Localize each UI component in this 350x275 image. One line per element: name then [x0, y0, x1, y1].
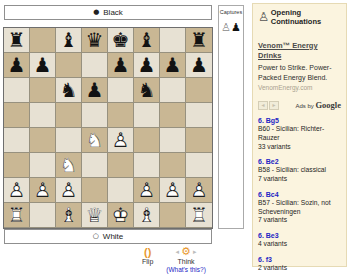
- captures-panel: Captures ♙♟: [218, 5, 244, 229]
- square-e1[interactable]: ♚♔: [108, 203, 134, 228]
- square-c2[interactable]: ♟♙: [56, 178, 82, 203]
- square-h6[interactable]: [186, 78, 212, 103]
- continuation-move-link[interactable]: 6. Bc4: [258, 190, 341, 199]
- square-d7[interactable]: [82, 53, 108, 78]
- sidebar-title: Opening Continuations: [271, 8, 341, 26]
- square-b8[interactable]: [30, 28, 56, 53]
- square-a3[interactable]: [4, 153, 30, 178]
- square-b6[interactable]: [30, 78, 56, 103]
- square-a1[interactable]: ♜♖: [4, 203, 30, 228]
- black-knight-piece: ♞: [134, 78, 159, 102]
- square-d2[interactable]: [82, 178, 108, 203]
- black-pawn-piece: ♟: [108, 53, 133, 77]
- square-b3[interactable]: [30, 153, 56, 178]
- square-d3[interactable]: [82, 153, 108, 178]
- opening-continuations-panel: ♙ Opening Continuations Venom™ Energy Dr…: [252, 3, 347, 267]
- white-player-label: White: [103, 232, 123, 241]
- continuation-move-link[interactable]: 6. Be3: [258, 231, 341, 240]
- ad-next-button[interactable]: ►: [269, 101, 279, 110]
- black-pawn-piece: ♟: [4, 53, 29, 77]
- board-controls: () Flip ◂ ⚙ ▸ Think (What's this?): [142, 246, 206, 273]
- black-player-bar: ● Black: [4, 5, 212, 20]
- white-rook-piece: ♖: [186, 203, 212, 227]
- square-h5[interactable]: [186, 103, 212, 128]
- white-turn-indicator-icon: ○: [93, 229, 99, 244]
- continuation-6-Be3: 6. Be34 variants: [258, 231, 341, 249]
- captures-title: Captures: [219, 9, 243, 15]
- square-c5[interactable]: [56, 103, 82, 128]
- white-pawn-piece: ♙: [108, 128, 133, 152]
- square-a6[interactable]: [4, 78, 30, 103]
- square-f7[interactable]: ♟: [134, 53, 160, 78]
- black-rook-piece: ♜: [186, 28, 212, 52]
- square-e8[interactable]: ♚: [108, 28, 134, 53]
- whats-this-link[interactable]: (What's this?): [166, 266, 206, 273]
- square-d8[interactable]: ♛: [82, 28, 108, 53]
- square-d5[interactable]: [82, 103, 108, 128]
- square-c1[interactable]: ♝♗: [56, 203, 82, 228]
- square-h3[interactable]: [186, 153, 212, 178]
- captured-white-pawn-icon: ♙: [221, 21, 231, 34]
- white-pawn-piece: ♙: [186, 178, 212, 202]
- square-f8[interactable]: ♝: [134, 28, 160, 53]
- square-h4[interactable]: [186, 128, 212, 153]
- square-b1[interactable]: [30, 203, 56, 228]
- black-king-piece: ♚: [108, 28, 133, 52]
- think-button[interactable]: ◂ ⚙ ▸ Think (What's this?): [166, 246, 206, 273]
- black-pawn-piece: ♟: [30, 53, 55, 77]
- square-e6[interactable]: [108, 78, 134, 103]
- square-h8[interactable]: ♜: [186, 28, 212, 53]
- white-knight-piece: ♘: [82, 128, 107, 152]
- continuation-description: B60 - Sicilian: Richter-Rauzer: [258, 125, 341, 142]
- white-pawn-piece: ♙: [134, 178, 159, 202]
- black-pawn-piece: ♟: [160, 53, 185, 77]
- continuation-6-Bg5: 6. Bg5B60 - Sicilian: Richter-Rauzer33 v…: [258, 116, 341, 151]
- captured-pieces-tray: ♙♟: [219, 22, 243, 33]
- white-pawn-piece: ♙: [160, 178, 185, 202]
- square-b5[interactable]: [30, 103, 56, 128]
- black-pawn-piece: ♟: [134, 53, 159, 77]
- continuations-list: 6. Bg5B60 - Sicilian: Richter-Rauzer33 v…: [258, 116, 341, 275]
- continuation-variant-count: 2 variants: [258, 264, 341, 273]
- ad-title-link[interactable]: Venom™ Energy Drinks: [258, 41, 341, 61]
- white-pawn-piece: ♙: [56, 178, 81, 202]
- white-bishop-piece: ♗: [134, 203, 159, 227]
- square-b7[interactable]: ♟: [30, 53, 56, 78]
- white-rook-piece: ♖: [4, 203, 29, 227]
- ad-prev-button[interactable]: ◄: [258, 101, 268, 110]
- think-prev-icon[interactable]: ◂: [176, 246, 180, 258]
- white-player-bar: ○ White: [4, 229, 212, 244]
- chess-board[interactable]: ♜♝♛♚♝♜♟♟♟♟♟♟♞♟♞♞♘♟♙♞♘♟♙♟♙♟♙♟♙♟♙♟♙♜♖♝♗♛♕♚…: [3, 27, 213, 229]
- white-pawn-piece: ♙: [4, 178, 29, 202]
- square-a8[interactable]: ♜: [4, 28, 30, 53]
- white-king-piece: ♔: [108, 203, 133, 227]
- continuation-variant-count: 33 variants: [258, 143, 341, 152]
- square-g5[interactable]: [160, 103, 186, 128]
- black-bishop-piece: ♝: [134, 28, 159, 52]
- think-label: Think: [166, 258, 206, 265]
- square-c4[interactable]: [56, 128, 82, 153]
- continuation-6-Be2: 6. Be2B58 - Sicilian: classical7 variant…: [258, 157, 341, 184]
- square-e5[interactable]: [108, 103, 134, 128]
- square-c6[interactable]: ♞: [56, 78, 82, 103]
- continuation-move-link[interactable]: 6. f3: [258, 255, 341, 264]
- square-f6[interactable]: ♞: [134, 78, 160, 103]
- square-f4[interactable]: [134, 128, 160, 153]
- flip-icon: (): [142, 246, 153, 258]
- square-g6[interactable]: [160, 78, 186, 103]
- square-g2[interactable]: ♟♙: [160, 178, 186, 203]
- black-bishop-piece: ♝: [56, 28, 81, 52]
- square-f2[interactable]: ♟♙: [134, 178, 160, 203]
- white-knight-piece: ♘: [56, 153, 81, 177]
- square-a5[interactable]: [4, 103, 30, 128]
- pawn-icon: ♙: [258, 11, 269, 23]
- square-a7[interactable]: ♟: [4, 53, 30, 78]
- continuation-move-link[interactable]: 6. Bg5: [258, 116, 341, 125]
- square-e7[interactable]: ♟: [108, 53, 134, 78]
- page: ● Black ♜♝♛♚♝♜♟♟♟♟♟♟♞♟♞♞♘♟♙♞♘♟♙♟♙♟♙♟♙♟♙♟…: [0, 0, 350, 275]
- square-h7[interactable]: ♟: [186, 53, 212, 78]
- ad-body-text: Power to Strike. Power-Packed Energy Ble…: [258, 63, 341, 82]
- square-g3[interactable]: [160, 153, 186, 178]
- square-e3[interactable]: [108, 153, 134, 178]
- square-f1[interactable]: ♝♗: [134, 203, 160, 228]
- continuation-description: B57 - Sicilian: Sozin, not Scheveningen: [258, 199, 341, 216]
- black-rook-piece: ♜: [4, 28, 29, 52]
- black-queen-piece: ♛: [82, 28, 107, 52]
- continuation-description: B58 - Sicilian: classical: [258, 166, 341, 175]
- square-d6[interactable]: ♟: [82, 78, 108, 103]
- square-g4[interactable]: [160, 128, 186, 153]
- ad-url-text: VenomEnergy.com: [258, 84, 341, 91]
- black-turn-indicator-icon: ●: [93, 5, 99, 20]
- square-g8[interactable]: [160, 28, 186, 53]
- square-d1[interactable]: ♛♕: [82, 203, 108, 228]
- continuation-6-f3: 6. f32 variants: [258, 255, 341, 273]
- continuation-6-Bc4: 6. Bc4B57 - Sicilian: Sozin, not Scheven…: [258, 190, 341, 225]
- square-c7[interactable]: [56, 53, 82, 78]
- square-f3[interactable]: [134, 153, 160, 178]
- white-bishop-piece: ♗: [56, 203, 81, 227]
- square-h2[interactable]: ♟♙: [186, 178, 212, 203]
- google-ad-block: Venom™ Energy Drinks Power to Strike. Po…: [258, 41, 341, 110]
- black-player-label: Black: [103, 8, 123, 17]
- black-knight-piece: ♞: [56, 78, 81, 102]
- square-e4[interactable]: ♟♙: [108, 128, 134, 153]
- captured-black-pawn-icon: ♟: [231, 21, 241, 34]
- sidebar-header: ♙ Opening Continuations: [258, 8, 341, 26]
- square-e2[interactable]: [108, 178, 134, 203]
- continuation-variant-count: 7 variants: [258, 175, 341, 184]
- square-a2[interactable]: ♟♙: [4, 178, 30, 203]
- square-c8[interactable]: ♝: [56, 28, 82, 53]
- ad-footer: ◄ ► Ads by Google: [258, 100, 341, 110]
- black-pawn-piece: ♟: [82, 78, 107, 102]
- square-h1[interactable]: ♜♖: [186, 203, 212, 228]
- continuation-variant-count: 4 variants: [258, 240, 341, 249]
- ads-by-google-label[interactable]: Ads by Google: [295, 100, 341, 110]
- gear-icon: ⚙: [181, 246, 191, 258]
- square-b2[interactable]: ♟♙: [30, 178, 56, 203]
- square-d4[interactable]: ♞♘: [82, 128, 108, 153]
- black-pawn-piece: ♟: [186, 53, 212, 77]
- square-b4[interactable]: [30, 128, 56, 153]
- flip-label: Flip: [142, 258, 153, 265]
- square-g7[interactable]: ♟: [160, 53, 186, 78]
- white-queen-piece: ♕: [82, 203, 107, 227]
- think-next-icon[interactable]: ▸: [193, 246, 197, 258]
- white-pawn-piece: ♙: [30, 178, 55, 202]
- continuation-move-link[interactable]: 6. Be2: [258, 157, 341, 166]
- square-f5[interactable]: [134, 103, 160, 128]
- continuation-variant-count: 7 variants: [258, 216, 341, 225]
- square-c3[interactable]: ♞♘: [56, 153, 82, 178]
- square-a4[interactable]: [4, 128, 30, 153]
- square-g1[interactable]: [160, 203, 186, 228]
- flip-button[interactable]: () Flip: [142, 246, 153, 265]
